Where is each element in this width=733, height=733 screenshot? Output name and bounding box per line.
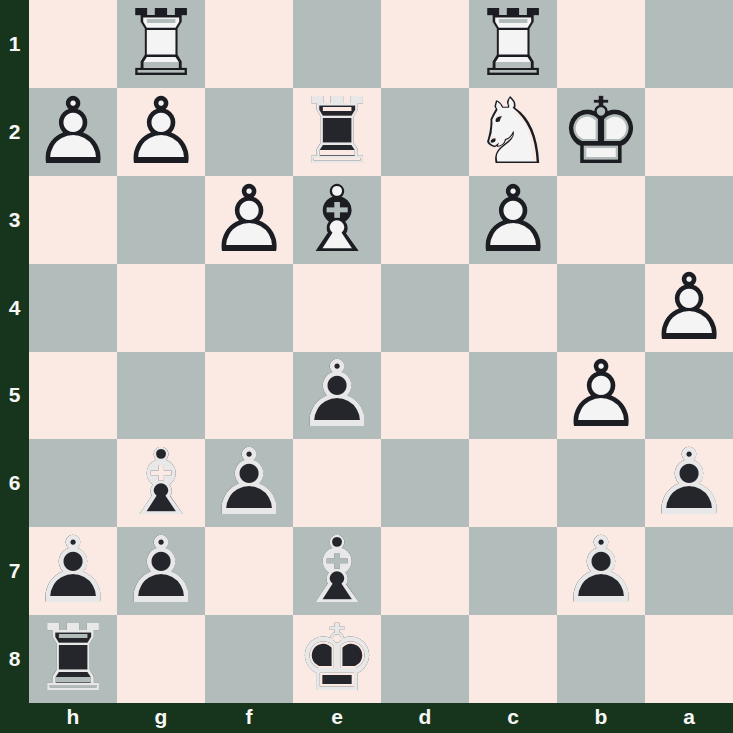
square-f3[interactable]: ♟♙ — [205, 176, 293, 264]
pawn-glyph-outline: ♙ — [117, 88, 205, 176]
piece-black-bishop[interactable]: ♝♗ — [117, 439, 205, 527]
piece-black-pawn[interactable]: ♟♙ — [117, 527, 205, 615]
piece-black-bishop[interactable]: ♝♗ — [293, 527, 381, 615]
square-c2[interactable]: ♞♘ — [469, 88, 557, 176]
king-glyph-outline: ♔ — [293, 615, 381, 703]
square-h4[interactable] — [29, 264, 117, 352]
piece-white-pawn[interactable]: ♟♙ — [469, 176, 557, 264]
square-b2[interactable]: ♚♔ — [557, 88, 645, 176]
file-label-d: d — [381, 703, 469, 733]
square-c4[interactable] — [469, 264, 557, 352]
square-e4[interactable] — [293, 264, 381, 352]
pawn-glyph-outline: ♙ — [293, 352, 381, 440]
piece-white-pawn[interactable]: ♟♙ — [117, 88, 205, 176]
piece-black-pawn[interactable]: ♟♙ — [557, 527, 645, 615]
square-a3[interactable] — [645, 176, 733, 264]
rook-glyph-outline: ♖ — [293, 88, 381, 176]
rank-label-3: 3 — [0, 176, 29, 264]
square-d4[interactable] — [381, 264, 469, 352]
piece-white-knight[interactable]: ♞♘ — [469, 88, 557, 176]
piece-white-bishop[interactable]: ♝♗ — [293, 176, 381, 264]
square-c3[interactable]: ♟♙ — [469, 176, 557, 264]
square-a4[interactable]: ♟♙ — [645, 264, 733, 352]
piece-white-pawn[interactable]: ♟♙ — [29, 88, 117, 176]
square-d2[interactable] — [381, 88, 469, 176]
piece-black-king[interactable]: ♚♔ — [293, 615, 381, 703]
square-f2[interactable] — [205, 88, 293, 176]
square-a6[interactable]: ♟♙ — [645, 439, 733, 527]
square-g6[interactable]: ♝♗ — [117, 439, 205, 527]
rank-label-6: 6 — [0, 439, 29, 527]
square-e7[interactable]: ♝♗ — [293, 527, 381, 615]
square-d8[interactable] — [381, 615, 469, 703]
piece-black-rook[interactable]: ♜♖ — [293, 88, 381, 176]
square-f4[interactable] — [205, 264, 293, 352]
king-glyph-outline: ♔ — [557, 88, 645, 176]
square-c1[interactable]: ♜♖ — [469, 0, 557, 88]
piece-white-king[interactable]: ♚♔ — [557, 88, 645, 176]
square-b7[interactable]: ♟♙ — [557, 527, 645, 615]
file-label-c: c — [469, 703, 557, 733]
square-h7[interactable]: ♟♙ — [29, 527, 117, 615]
square-c6[interactable] — [469, 439, 557, 527]
square-e3[interactable]: ♝♗ — [293, 176, 381, 264]
piece-white-pawn[interactable]: ♟♙ — [205, 176, 293, 264]
square-g8[interactable] — [117, 615, 205, 703]
square-h1[interactable] — [29, 0, 117, 88]
square-a1[interactable] — [645, 0, 733, 88]
square-g5[interactable] — [117, 352, 205, 440]
square-e8[interactable]: ♚♔ — [293, 615, 381, 703]
rook-glyph-outline: ♖ — [117, 0, 205, 88]
bishop-glyph-outline: ♗ — [117, 439, 205, 527]
bishop-glyph-outline: ♗ — [293, 527, 381, 615]
square-d1[interactable] — [381, 0, 469, 88]
chessboard-frame: 12345678 ♜♖♜♖♟♙♟♙♜♖♞♘♚♔♟♙♝♗♟♙♟♙♟♙♟♙♝♗♟♙♟… — [0, 0, 733, 733]
square-f5[interactable] — [205, 352, 293, 440]
piece-black-pawn[interactable]: ♟♙ — [205, 439, 293, 527]
rank-label-4: 4 — [0, 264, 29, 352]
pawn-glyph-outline: ♙ — [557, 352, 645, 440]
file-labels: hgfedcba — [29, 703, 733, 733]
square-h8[interactable]: ♜♖ — [29, 615, 117, 703]
pawn-glyph-outline: ♙ — [645, 439, 733, 527]
pawn-glyph-outline: ♙ — [645, 264, 733, 352]
square-a8[interactable] — [645, 615, 733, 703]
rank-labels: 12345678 — [0, 0, 29, 703]
square-b4[interactable] — [557, 264, 645, 352]
pawn-glyph-outline: ♙ — [469, 176, 557, 264]
square-c7[interactable] — [469, 527, 557, 615]
file-label-f: f — [205, 703, 293, 733]
square-e6[interactable] — [293, 439, 381, 527]
square-e2[interactable]: ♜♖ — [293, 88, 381, 176]
square-g7[interactable]: ♟♙ — [117, 527, 205, 615]
piece-white-rook[interactable]: ♜♖ — [469, 0, 557, 88]
rook-glyph-outline: ♖ — [469, 0, 557, 88]
pawn-glyph-outline: ♙ — [29, 527, 117, 615]
knight-glyph-outline: ♘ — [469, 88, 557, 176]
pawn-glyph-outline: ♙ — [557, 527, 645, 615]
square-h3[interactable] — [29, 176, 117, 264]
rank-label-1: 1 — [0, 0, 29, 88]
file-label-h: h — [29, 703, 117, 733]
piece-white-rook[interactable]: ♜♖ — [117, 0, 205, 88]
rank-label-8: 8 — [0, 615, 29, 703]
square-d6[interactable] — [381, 439, 469, 527]
square-g4[interactable] — [117, 264, 205, 352]
pawn-glyph-outline: ♙ — [117, 527, 205, 615]
square-b6[interactable] — [557, 439, 645, 527]
square-f1[interactable] — [205, 0, 293, 88]
file-label-e: e — [293, 703, 381, 733]
square-a7[interactable] — [645, 527, 733, 615]
square-b8[interactable] — [557, 615, 645, 703]
square-b3[interactable] — [557, 176, 645, 264]
square-d7[interactable] — [381, 527, 469, 615]
file-label-g: g — [117, 703, 205, 733]
piece-black-rook[interactable]: ♜♖ — [29, 615, 117, 703]
piece-white-pawn[interactable]: ♟♙ — [645, 264, 733, 352]
bishop-glyph-outline: ♗ — [293, 176, 381, 264]
square-e1[interactable] — [293, 0, 381, 88]
square-h5[interactable] — [29, 352, 117, 440]
square-c8[interactable] — [469, 615, 557, 703]
square-a5[interactable] — [645, 352, 733, 440]
rank-label-5: 5 — [0, 352, 29, 440]
pawn-glyph-outline: ♙ — [205, 176, 293, 264]
square-b5[interactable]: ♟♙ — [557, 352, 645, 440]
square-g2[interactable]: ♟♙ — [117, 88, 205, 176]
square-f6[interactable]: ♟♙ — [205, 439, 293, 527]
rook-glyph-outline: ♖ — [29, 615, 117, 703]
piece-black-pawn[interactable]: ♟♙ — [293, 352, 381, 440]
square-c5[interactable] — [469, 352, 557, 440]
file-label-b: b — [557, 703, 645, 733]
square-f8[interactable] — [205, 615, 293, 703]
piece-white-pawn[interactable]: ♟♙ — [557, 352, 645, 440]
chess-board: ♜♖♜♖♟♙♟♙♜♖♞♘♚♔♟♙♝♗♟♙♟♙♟♙♟♙♝♗♟♙♟♙♟♙♟♙♝♗♟♙… — [29, 0, 733, 703]
square-h6[interactable] — [29, 439, 117, 527]
pawn-glyph-outline: ♙ — [29, 88, 117, 176]
square-g3[interactable] — [117, 176, 205, 264]
square-e5[interactable]: ♟♙ — [293, 352, 381, 440]
piece-black-pawn[interactable]: ♟♙ — [29, 527, 117, 615]
rank-label-7: 7 — [0, 527, 29, 615]
square-d3[interactable] — [381, 176, 469, 264]
square-h2[interactable]: ♟♙ — [29, 88, 117, 176]
square-a2[interactable] — [645, 88, 733, 176]
rank-label-2: 2 — [0, 88, 29, 176]
square-b1[interactable] — [557, 0, 645, 88]
square-f7[interactable] — [205, 527, 293, 615]
square-d5[interactable] — [381, 352, 469, 440]
file-label-a: a — [645, 703, 733, 733]
pawn-glyph-outline: ♙ — [205, 439, 293, 527]
square-g1[interactable]: ♜♖ — [117, 0, 205, 88]
piece-black-pawn[interactable]: ♟♙ — [645, 439, 733, 527]
